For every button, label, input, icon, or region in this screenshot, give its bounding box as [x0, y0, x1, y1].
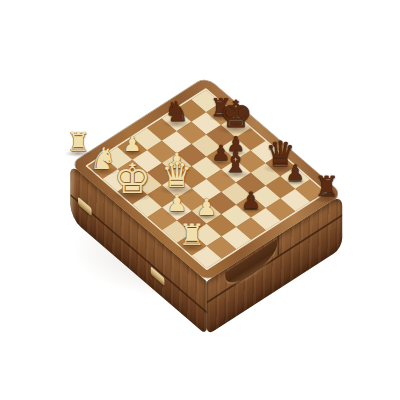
- chess-box-photo: ♜♚♛♟♟♞♟♝♟♟♟♛♟♟♞♚♜♜♜: [0, 0, 400, 400]
- panel-seam: [277, 235, 279, 256]
